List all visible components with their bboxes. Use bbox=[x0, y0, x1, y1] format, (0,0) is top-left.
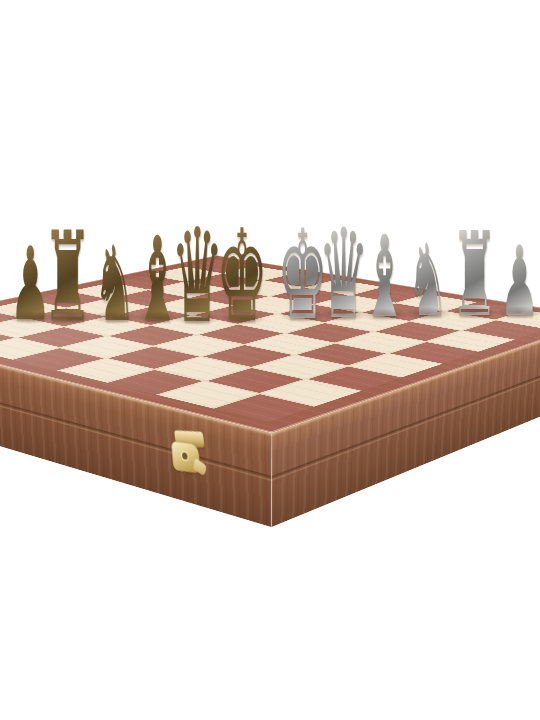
pieces-layer: ♟♜♞♝♛♚♚♛♝♞♜♟ bbox=[0, 0, 540, 720]
piece-shadow bbox=[450, 306, 498, 319]
piece-shadow bbox=[91, 311, 139, 324]
product-photo-stage: ♟♜♞♝♛♚♚♛♝♞♜♟ bbox=[0, 0, 540, 720]
piece-shadow bbox=[361, 308, 409, 321]
piece-shadow bbox=[218, 312, 266, 325]
piece-shadow bbox=[44, 311, 92, 324]
piece-shadow bbox=[495, 306, 540, 319]
piece-shadow bbox=[173, 312, 221, 325]
piece-shadow bbox=[404, 307, 452, 320]
